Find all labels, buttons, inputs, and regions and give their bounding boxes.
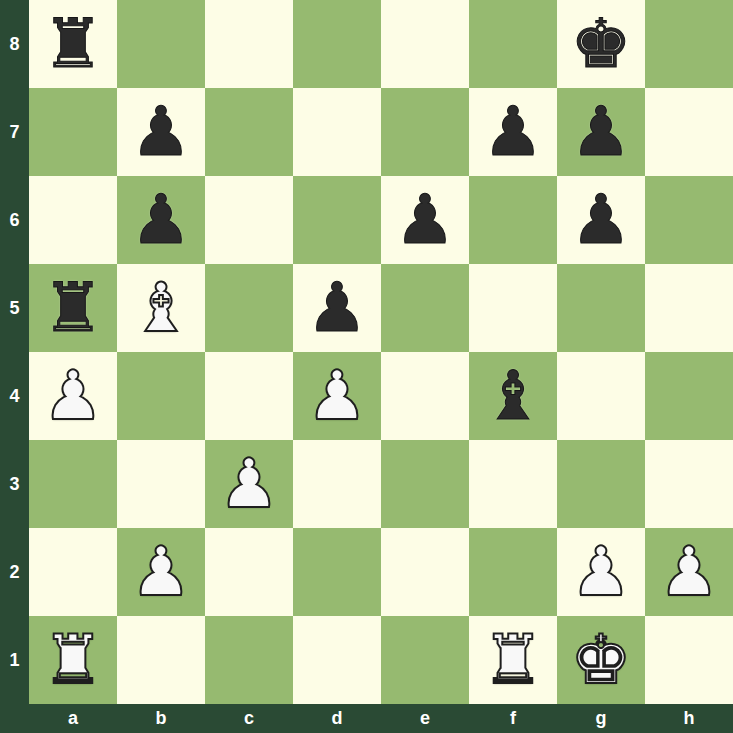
square-f5[interactable] [469, 264, 557, 352]
square-f6[interactable] [469, 176, 557, 264]
piece-black-pawn[interactable]: ♟ [117, 176, 205, 264]
piece-black-bishop[interactable]: ♝ [469, 352, 557, 440]
square-d8[interactable] [293, 0, 381, 88]
file-label-g: g [557, 704, 645, 733]
square-c3[interactable]: ♟ [205, 440, 293, 528]
rank-label-5: 5 [0, 264, 29, 352]
piece-black-king[interactable]: ♚ [557, 0, 645, 88]
chessboard: 8♜♚7♟♟♟6♟♟♟5♜♝♟4♟♟♝3♟2♟♟♟1♜♜♚abcdefgh [0, 0, 733, 733]
square-d4[interactable]: ♟ [293, 352, 381, 440]
square-h4[interactable] [645, 352, 733, 440]
square-a8[interactable]: ♜ [29, 0, 117, 88]
square-f7[interactable]: ♟ [469, 88, 557, 176]
square-g4[interactable] [557, 352, 645, 440]
square-a3[interactable] [29, 440, 117, 528]
square-e8[interactable] [381, 0, 469, 88]
piece-black-pawn[interactable]: ♟ [469, 88, 557, 176]
square-c2[interactable] [205, 528, 293, 616]
square-h5[interactable] [645, 264, 733, 352]
square-g3[interactable] [557, 440, 645, 528]
rank-label-1: 1 [0, 616, 29, 704]
square-b4[interactable] [117, 352, 205, 440]
file-label-a: a [29, 704, 117, 733]
rank-label-4: 4 [0, 352, 29, 440]
square-b5[interactable]: ♝ [117, 264, 205, 352]
file-label-e: e [381, 704, 469, 733]
square-a1[interactable]: ♜ [29, 616, 117, 704]
square-h7[interactable] [645, 88, 733, 176]
square-h8[interactable] [645, 0, 733, 88]
square-f3[interactable] [469, 440, 557, 528]
rank-label-8: 8 [0, 0, 29, 88]
square-f1[interactable]: ♜ [469, 616, 557, 704]
square-e5[interactable] [381, 264, 469, 352]
square-a5[interactable]: ♜ [29, 264, 117, 352]
square-h1[interactable] [645, 616, 733, 704]
square-b1[interactable] [117, 616, 205, 704]
piece-white-bishop[interactable]: ♝ [117, 264, 205, 352]
piece-white-pawn[interactable]: ♟ [645, 528, 733, 616]
square-b7[interactable]: ♟ [117, 88, 205, 176]
square-d7[interactable] [293, 88, 381, 176]
rank-label-3: 3 [0, 440, 29, 528]
piece-white-pawn[interactable]: ♟ [29, 352, 117, 440]
piece-black-rook[interactable]: ♜ [29, 264, 117, 352]
square-d3[interactable] [293, 440, 381, 528]
file-label-h: h [645, 704, 733, 733]
square-c1[interactable] [205, 616, 293, 704]
square-g7[interactable]: ♟ [557, 88, 645, 176]
piece-white-king[interactable]: ♚ [557, 616, 645, 704]
piece-white-pawn[interactable]: ♟ [205, 440, 293, 528]
square-e2[interactable] [381, 528, 469, 616]
square-g2[interactable]: ♟ [557, 528, 645, 616]
square-a4[interactable]: ♟ [29, 352, 117, 440]
square-f8[interactable] [469, 0, 557, 88]
piece-white-rook[interactable]: ♜ [469, 616, 557, 704]
square-f4[interactable]: ♝ [469, 352, 557, 440]
square-h2[interactable]: ♟ [645, 528, 733, 616]
piece-white-pawn[interactable]: ♟ [117, 528, 205, 616]
square-g8[interactable]: ♚ [557, 0, 645, 88]
square-g1[interactable]: ♚ [557, 616, 645, 704]
piece-black-pawn[interactable]: ♟ [117, 88, 205, 176]
square-c6[interactable] [205, 176, 293, 264]
square-a6[interactable] [29, 176, 117, 264]
square-b8[interactable] [117, 0, 205, 88]
square-c7[interactable] [205, 88, 293, 176]
square-a7[interactable] [29, 88, 117, 176]
rank-label-2: 2 [0, 528, 29, 616]
square-h3[interactable] [645, 440, 733, 528]
square-c8[interactable] [205, 0, 293, 88]
square-f2[interactable] [469, 528, 557, 616]
square-c4[interactable] [205, 352, 293, 440]
file-label-d: d [293, 704, 381, 733]
square-a2[interactable] [29, 528, 117, 616]
square-c5[interactable] [205, 264, 293, 352]
rank-label-6: 6 [0, 176, 29, 264]
square-b2[interactable]: ♟ [117, 528, 205, 616]
rank-label-7: 7 [0, 88, 29, 176]
piece-white-pawn[interactable]: ♟ [293, 352, 381, 440]
piece-black-rook[interactable]: ♜ [29, 0, 117, 88]
square-d5[interactable]: ♟ [293, 264, 381, 352]
square-g6[interactable]: ♟ [557, 176, 645, 264]
square-e3[interactable] [381, 440, 469, 528]
piece-black-pawn[interactable]: ♟ [293, 264, 381, 352]
file-label-f: f [469, 704, 557, 733]
square-e4[interactable] [381, 352, 469, 440]
square-b3[interactable] [117, 440, 205, 528]
corner-spacer [0, 704, 29, 733]
square-e6[interactable]: ♟ [381, 176, 469, 264]
file-label-c: c [205, 704, 293, 733]
square-d1[interactable] [293, 616, 381, 704]
square-h6[interactable] [645, 176, 733, 264]
square-e1[interactable] [381, 616, 469, 704]
square-d2[interactable] [293, 528, 381, 616]
square-e7[interactable] [381, 88, 469, 176]
square-g5[interactable] [557, 264, 645, 352]
square-d6[interactable] [293, 176, 381, 264]
square-b6[interactable]: ♟ [117, 176, 205, 264]
piece-white-rook[interactable]: ♜ [29, 616, 117, 704]
file-label-b: b [117, 704, 205, 733]
piece-black-pawn[interactable]: ♟ [381, 176, 469, 264]
piece-black-pawn[interactable]: ♟ [557, 176, 645, 264]
piece-white-pawn[interactable]: ♟ [557, 528, 645, 616]
piece-black-pawn[interactable]: ♟ [557, 88, 645, 176]
